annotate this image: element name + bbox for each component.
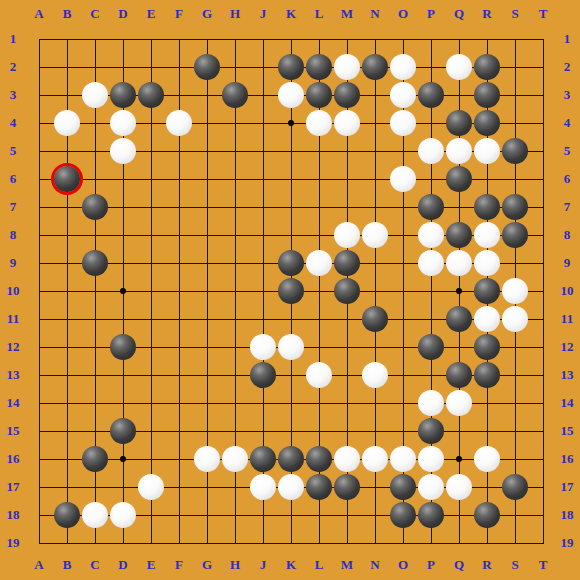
column-label-top-G: G <box>193 5 221 23</box>
row-label-right-3: 3 <box>554 86 580 104</box>
black-stone-K16 <box>278 446 304 472</box>
white-stone-F4 <box>166 110 192 136</box>
black-stone-M3 <box>334 82 360 108</box>
row-label-left-13: 13 <box>0 366 26 384</box>
black-stone-R10 <box>474 278 500 304</box>
column-label-top-J: J <box>249 5 277 23</box>
star-point <box>456 288 462 294</box>
white-stone-N13 <box>362 362 388 388</box>
black-stone-N11 <box>362 306 388 332</box>
black-stone-K9 <box>278 250 304 276</box>
star-point <box>456 456 462 462</box>
white-stone-O16 <box>390 446 416 472</box>
black-stone-Q13 <box>446 362 472 388</box>
black-stone-D15 <box>110 418 136 444</box>
black-stone-C7 <box>82 194 108 220</box>
white-stone-Q17 <box>446 474 472 500</box>
black-stone-R7 <box>474 194 500 220</box>
black-stone-Q8 <box>446 222 472 248</box>
column-label-bottom-G: G <box>193 556 221 574</box>
white-stone-R8 <box>474 222 500 248</box>
column-label-top-F: F <box>165 5 193 23</box>
white-stone-R16 <box>474 446 500 472</box>
row-label-right-12: 12 <box>554 338 580 356</box>
row-label-left-14: 14 <box>0 394 26 412</box>
black-stone-L3 <box>306 82 332 108</box>
white-stone-P5 <box>418 138 444 164</box>
black-stone-O17 <box>390 474 416 500</box>
column-label-top-L: L <box>305 5 333 23</box>
column-label-bottom-M: M <box>333 556 361 574</box>
white-stone-S11 <box>502 306 528 332</box>
column-label-top-M: M <box>333 5 361 23</box>
white-stone-O2 <box>390 54 416 80</box>
white-stone-Q14 <box>446 390 472 416</box>
white-stone-D5 <box>110 138 136 164</box>
white-stone-C18 <box>82 502 108 528</box>
black-stone-O18 <box>390 502 416 528</box>
white-stone-M8 <box>334 222 360 248</box>
row-label-right-13: 13 <box>554 366 580 384</box>
white-stone-M16 <box>334 446 360 472</box>
black-stone-P3 <box>418 82 444 108</box>
column-label-bottom-P: P <box>417 556 445 574</box>
white-stone-P9 <box>418 250 444 276</box>
star-point <box>120 456 126 462</box>
black-stone-K10 <box>278 278 304 304</box>
column-label-top-C: C <box>81 5 109 23</box>
column-label-top-B: B <box>53 5 81 23</box>
column-label-bottom-E: E <box>137 556 165 574</box>
row-label-left-6: 6 <box>0 170 26 188</box>
column-label-top-K: K <box>277 5 305 23</box>
black-stone-S5 <box>502 138 528 164</box>
white-stone-P16 <box>418 446 444 472</box>
white-stone-M4 <box>334 110 360 136</box>
star-point <box>120 288 126 294</box>
row-label-left-19: 19 <box>0 534 26 552</box>
white-stone-L9 <box>306 250 332 276</box>
row-label-right-9: 9 <box>554 254 580 272</box>
white-stone-K17 <box>278 474 304 500</box>
row-label-right-17: 17 <box>554 478 580 496</box>
last-move-stone-B6 <box>54 166 80 192</box>
white-stone-E17 <box>138 474 164 500</box>
column-label-top-P: P <box>417 5 445 23</box>
row-label-right-16: 16 <box>554 450 580 468</box>
row-label-right-7: 7 <box>554 198 580 216</box>
black-stone-S17 <box>502 474 528 500</box>
column-label-bottom-D: D <box>109 556 137 574</box>
row-label-left-16: 16 <box>0 450 26 468</box>
white-stone-J12 <box>250 334 276 360</box>
black-stone-L2 <box>306 54 332 80</box>
white-stone-K3 <box>278 82 304 108</box>
black-stone-P7 <box>418 194 444 220</box>
white-stone-Q2 <box>446 54 472 80</box>
column-label-top-O: O <box>389 5 417 23</box>
column-label-bottom-S: S <box>501 556 529 574</box>
black-stone-C9 <box>82 250 108 276</box>
board-intersections[interactable] <box>25 25 557 557</box>
row-label-left-10: 10 <box>0 282 26 300</box>
row-label-right-14: 14 <box>554 394 580 412</box>
white-stone-J17 <box>250 474 276 500</box>
white-stone-O6 <box>390 166 416 192</box>
column-label-bottom-A: A <box>25 556 53 574</box>
white-stone-L4 <box>306 110 332 136</box>
column-label-bottom-R: R <box>473 556 501 574</box>
white-stone-Q5 <box>446 138 472 164</box>
column-label-bottom-J: J <box>249 556 277 574</box>
row-label-right-8: 8 <box>554 226 580 244</box>
black-stone-N2 <box>362 54 388 80</box>
go-board[interactable]: AABBCCDDEEFFGGHHJJKKLLMMNNOOPPQQRRSSTT11… <box>0 0 580 580</box>
white-stone-K12 <box>278 334 304 360</box>
column-label-bottom-N: N <box>361 556 389 574</box>
row-label-right-18: 18 <box>554 506 580 524</box>
column-label-top-Q: Q <box>445 5 473 23</box>
column-label-top-H: H <box>221 5 249 23</box>
white-stone-N8 <box>362 222 388 248</box>
black-stone-R3 <box>474 82 500 108</box>
column-label-top-E: E <box>137 5 165 23</box>
row-label-left-17: 17 <box>0 478 26 496</box>
column-label-bottom-B: B <box>53 556 81 574</box>
row-label-left-2: 2 <box>0 58 26 76</box>
white-stone-B4 <box>54 110 80 136</box>
row-label-left-1: 1 <box>0 30 26 48</box>
row-label-right-11: 11 <box>554 310 580 328</box>
star-point <box>288 120 294 126</box>
black-stone-R13 <box>474 362 500 388</box>
column-label-bottom-K: K <box>277 556 305 574</box>
black-stone-R4 <box>474 110 500 136</box>
black-stone-H3 <box>222 82 248 108</box>
black-stone-B18 <box>54 502 80 528</box>
white-stone-M2 <box>334 54 360 80</box>
black-stone-E3 <box>138 82 164 108</box>
black-stone-S7 <box>502 194 528 220</box>
white-stone-P8 <box>418 222 444 248</box>
black-stone-R2 <box>474 54 500 80</box>
black-stone-J16 <box>250 446 276 472</box>
black-stone-P15 <box>418 418 444 444</box>
row-label-left-11: 11 <box>0 310 26 328</box>
white-stone-H16 <box>222 446 248 472</box>
white-stone-P14 <box>418 390 444 416</box>
white-stone-C3 <box>82 82 108 108</box>
black-stone-Q11 <box>446 306 472 332</box>
column-label-top-N: N <box>361 5 389 23</box>
black-stone-M9 <box>334 250 360 276</box>
white-stone-R9 <box>474 250 500 276</box>
black-stone-Q4 <box>446 110 472 136</box>
row-label-left-7: 7 <box>0 198 26 216</box>
column-label-top-A: A <box>25 5 53 23</box>
black-stone-L17 <box>306 474 332 500</box>
black-stone-L16 <box>306 446 332 472</box>
white-stone-L13 <box>306 362 332 388</box>
black-stone-P12 <box>418 334 444 360</box>
column-label-top-T: T <box>529 5 557 23</box>
row-label-right-15: 15 <box>554 422 580 440</box>
white-stone-O3 <box>390 82 416 108</box>
white-stone-O4 <box>390 110 416 136</box>
row-label-right-10: 10 <box>554 282 580 300</box>
column-label-top-S: S <box>501 5 529 23</box>
column-label-bottom-H: H <box>221 556 249 574</box>
column-label-bottom-F: F <box>165 556 193 574</box>
column-label-bottom-O: O <box>389 556 417 574</box>
black-stone-K2 <box>278 54 304 80</box>
row-label-left-5: 5 <box>0 142 26 160</box>
black-stone-R18 <box>474 502 500 528</box>
row-label-left-15: 15 <box>0 422 26 440</box>
row-label-left-12: 12 <box>0 338 26 356</box>
column-label-top-D: D <box>109 5 137 23</box>
column-label-bottom-Q: Q <box>445 556 473 574</box>
white-stone-G16 <box>194 446 220 472</box>
black-stone-M17 <box>334 474 360 500</box>
column-label-top-R: R <box>473 5 501 23</box>
white-stone-D18 <box>110 502 136 528</box>
black-stone-M10 <box>334 278 360 304</box>
white-stone-S10 <box>502 278 528 304</box>
white-stone-Q9 <box>446 250 472 276</box>
black-stone-R12 <box>474 334 500 360</box>
white-stone-R11 <box>474 306 500 332</box>
black-stone-J13 <box>250 362 276 388</box>
row-label-right-2: 2 <box>554 58 580 76</box>
row-label-left-9: 9 <box>0 254 26 272</box>
row-label-right-1: 1 <box>554 30 580 48</box>
column-label-bottom-L: L <box>305 556 333 574</box>
white-stone-D4 <box>110 110 136 136</box>
row-label-left-8: 8 <box>0 226 26 244</box>
row-label-left-4: 4 <box>0 114 26 132</box>
row-label-right-5: 5 <box>554 142 580 160</box>
row-label-right-4: 4 <box>554 114 580 132</box>
row-label-right-6: 6 <box>554 170 580 188</box>
column-label-bottom-T: T <box>529 556 557 574</box>
column-label-bottom-C: C <box>81 556 109 574</box>
black-stone-P18 <box>418 502 444 528</box>
row-label-left-3: 3 <box>0 86 26 104</box>
black-stone-G2 <box>194 54 220 80</box>
row-label-left-18: 18 <box>0 506 26 524</box>
row-label-right-19: 19 <box>554 534 580 552</box>
white-stone-N16 <box>362 446 388 472</box>
black-stone-D3 <box>110 82 136 108</box>
black-stone-C16 <box>82 446 108 472</box>
white-stone-R5 <box>474 138 500 164</box>
black-stone-Q6 <box>446 166 472 192</box>
black-stone-S8 <box>502 222 528 248</box>
black-stone-D12 <box>110 334 136 360</box>
white-stone-P17 <box>418 474 444 500</box>
